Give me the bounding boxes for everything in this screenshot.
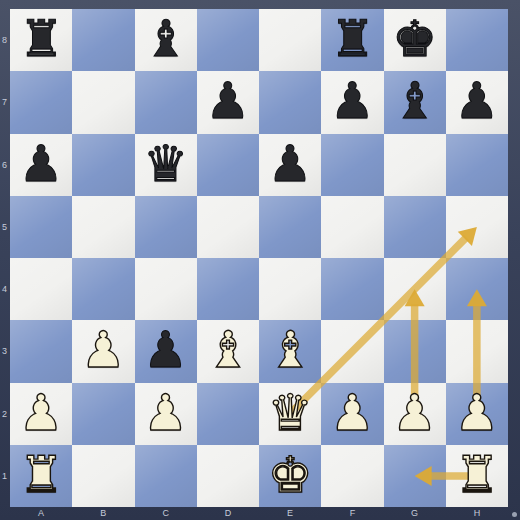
square-g1[interactable]: [384, 445, 446, 507]
rank-label-5: 5: [2, 222, 7, 232]
white-queen[interactable]: ♛: [268, 388, 313, 438]
square-c4[interactable]: [135, 258, 197, 320]
rank-label-2: 2: [2, 409, 7, 419]
square-g5[interactable]: [384, 196, 446, 258]
black-rook[interactable]: ♜: [330, 14, 375, 64]
square-a3[interactable]: [10, 320, 72, 382]
rank-label-3: 3: [2, 346, 7, 356]
square-a4[interactable]: [10, 258, 72, 320]
square-f6[interactable]: [321, 134, 383, 196]
square-d5[interactable]: [197, 196, 259, 258]
square-g8[interactable]: ♚: [384, 9, 446, 71]
black-rook[interactable]: ♜: [19, 14, 64, 64]
square-h8[interactable]: [446, 9, 508, 71]
white-rook[interactable]: ♜: [454, 450, 499, 500]
file-label-a: A: [38, 508, 44, 518]
black-pawn[interactable]: ♟: [205, 76, 250, 126]
square-c1[interactable]: [135, 445, 197, 507]
black-pawn[interactable]: ♟: [19, 139, 64, 189]
square-c7[interactable]: [135, 71, 197, 133]
square-a8[interactable]: ♜: [10, 9, 72, 71]
square-g4[interactable]: [384, 258, 446, 320]
black-bishop[interactable]: ♝: [392, 76, 437, 126]
rank-label-4: 4: [2, 284, 7, 294]
square-g6[interactable]: [384, 134, 446, 196]
square-d3[interactable]: ♝: [197, 320, 259, 382]
square-d6[interactable]: [197, 134, 259, 196]
square-d7[interactable]: ♟: [197, 71, 259, 133]
square-d1[interactable]: [197, 445, 259, 507]
square-a1[interactable]: ♜: [10, 445, 72, 507]
square-e6[interactable]: ♟: [259, 134, 321, 196]
square-e3[interactable]: ♝: [259, 320, 321, 382]
white-pawn[interactable]: ♟: [392, 388, 437, 438]
square-a7[interactable]: [10, 71, 72, 133]
square-b8[interactable]: [72, 9, 134, 71]
rank-label-6: 6: [2, 160, 7, 170]
board-resize-dot: [512, 512, 517, 517]
square-b3[interactable]: ♟: [72, 320, 134, 382]
black-queen[interactable]: ♛: [143, 139, 188, 189]
white-pawn[interactable]: ♟: [143, 388, 188, 438]
square-d4[interactable]: [197, 258, 259, 320]
square-h3[interactable]: [446, 320, 508, 382]
white-pawn[interactable]: ♟: [81, 325, 126, 375]
square-c2[interactable]: ♟: [135, 383, 197, 445]
square-c6[interactable]: ♛: [135, 134, 197, 196]
square-e4[interactable]: [259, 258, 321, 320]
square-a5[interactable]: [10, 196, 72, 258]
file-label-e: E: [287, 508, 293, 518]
white-pawn[interactable]: ♟: [454, 388, 499, 438]
square-f1[interactable]: [321, 445, 383, 507]
white-bishop[interactable]: ♝: [205, 325, 250, 375]
square-b6[interactable]: [72, 134, 134, 196]
square-h4[interactable]: [446, 258, 508, 320]
square-h6[interactable]: [446, 134, 508, 196]
black-pawn[interactable]: ♟: [454, 76, 499, 126]
square-h5[interactable]: [446, 196, 508, 258]
square-c3[interactable]: ♟: [135, 320, 197, 382]
square-e1[interactable]: ♚: [259, 445, 321, 507]
square-f5[interactable]: [321, 196, 383, 258]
black-pawn[interactable]: ♟: [268, 139, 313, 189]
board-grid: ♜♝♜♚♟♟♝♟♟♛♟♟♟♝♝♟♟♛♟♟♟♜♚♜: [10, 9, 508, 507]
black-pawn[interactable]: ♟: [143, 325, 188, 375]
chess-board-window: ♜♝♜♚♟♟♝♟♟♛♟♟♟♝♝♟♟♛♟♟♟♜♚♜ 87654321 ABCDEF…: [0, 0, 520, 520]
black-king[interactable]: ♚: [392, 14, 437, 64]
white-pawn[interactable]: ♟: [19, 388, 64, 438]
square-b5[interactable]: [72, 196, 134, 258]
white-bishop[interactable]: ♝: [268, 325, 313, 375]
file-label-f: F: [350, 508, 356, 518]
file-label-c: C: [162, 508, 169, 518]
black-bishop[interactable]: ♝: [143, 14, 188, 64]
square-f2[interactable]: ♟: [321, 383, 383, 445]
square-g3[interactable]: [384, 320, 446, 382]
file-label-h: H: [474, 508, 481, 518]
square-e7[interactable]: [259, 71, 321, 133]
file-label-g: G: [411, 508, 418, 518]
square-d2[interactable]: [197, 383, 259, 445]
square-b4[interactable]: [72, 258, 134, 320]
square-b1[interactable]: [72, 445, 134, 507]
square-a2[interactable]: ♟: [10, 383, 72, 445]
white-rook[interactable]: ♜: [19, 450, 64, 500]
square-f4[interactable]: [321, 258, 383, 320]
square-c5[interactable]: [135, 196, 197, 258]
square-f8[interactable]: ♜: [321, 9, 383, 71]
square-f3[interactable]: [321, 320, 383, 382]
file-label-d: D: [225, 508, 232, 518]
square-b2[interactable]: [72, 383, 134, 445]
rank-label-8: 8: [2, 35, 7, 45]
square-f7[interactable]: ♟: [321, 71, 383, 133]
white-king[interactable]: ♚: [268, 450, 313, 500]
square-h1[interactable]: ♜: [446, 445, 508, 507]
square-e5[interactable]: [259, 196, 321, 258]
square-e2[interactable]: ♛: [259, 383, 321, 445]
square-c8[interactable]: ♝: [135, 9, 197, 71]
square-d8[interactable]: [197, 9, 259, 71]
square-g7[interactable]: ♝: [384, 71, 446, 133]
black-pawn[interactable]: ♟: [330, 76, 375, 126]
white-pawn[interactable]: ♟: [330, 388, 375, 438]
square-h2[interactable]: ♟: [446, 383, 508, 445]
square-e8[interactable]: [259, 9, 321, 71]
rank-label-7: 7: [2, 97, 7, 107]
square-g2[interactable]: ♟: [384, 383, 446, 445]
square-h7[interactable]: ♟: [446, 71, 508, 133]
square-b7[interactable]: [72, 71, 134, 133]
rank-label-1: 1: [2, 471, 7, 481]
file-label-b: B: [100, 508, 106, 518]
square-a6[interactable]: ♟: [10, 134, 72, 196]
